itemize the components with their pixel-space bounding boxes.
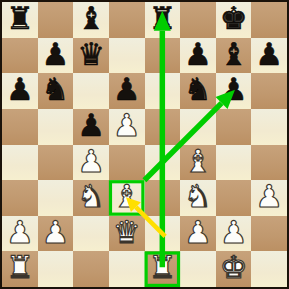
square-b8[interactable] — [38, 2, 74, 38]
piece-black-pawn[interactable]: ♟ — [113, 72, 141, 108]
square-g7[interactable]: ♝ — [216, 38, 252, 74]
square-a3[interactable] — [2, 180, 38, 216]
square-b7[interactable]: ♟ — [38, 38, 74, 74]
chess-board-screenshot: ♜♝♜♚♟♛♟♝♟♟♞♟♞♟♟♟♟♝♞♝♞♟♟♟♛♟♟♜♜♚ — [0, 0, 289, 289]
piece-black-rook[interactable]: ♜ — [148, 1, 176, 37]
piece-black-knight[interactable]: ♞ — [42, 72, 70, 108]
square-b1[interactable] — [38, 251, 74, 287]
square-a7[interactable] — [2, 38, 38, 74]
square-g4[interactable] — [216, 145, 252, 181]
piece-black-pawn[interactable]: ♟ — [6, 72, 34, 108]
piece-white-pawn[interactable]: ♟ — [220, 215, 248, 251]
piece-white-pawn[interactable]: ♟ — [113, 108, 141, 144]
square-d7[interactable] — [109, 38, 145, 74]
piece-white-pawn[interactable]: ♟ — [184, 215, 212, 251]
square-b4[interactable] — [38, 145, 74, 181]
chess-board: ♜♝♜♚♟♛♟♝♟♟♞♟♞♟♟♟♟♝♞♝♞♟♟♟♛♟♟♜♜♚ — [2, 2, 287, 287]
square-a8[interactable]: ♜ — [2, 2, 38, 38]
piece-white-pawn[interactable]: ♟ — [77, 144, 105, 180]
square-a2[interactable]: ♟ — [2, 216, 38, 252]
square-a6[interactable]: ♟ — [2, 73, 38, 109]
square-h6[interactable] — [251, 73, 287, 109]
piece-white-rook[interactable]: ♜ — [148, 250, 176, 286]
piece-black-bishop[interactable]: ♝ — [77, 1, 105, 37]
square-f2[interactable]: ♟ — [180, 216, 216, 252]
piece-white-queen[interactable]: ♛ — [113, 215, 141, 251]
square-d6[interactable]: ♟ — [109, 73, 145, 109]
square-c7[interactable]: ♛ — [73, 38, 109, 74]
square-g8[interactable]: ♚ — [216, 2, 252, 38]
square-g3[interactable] — [216, 180, 252, 216]
square-c2[interactable] — [73, 216, 109, 252]
square-h8[interactable] — [251, 2, 287, 38]
square-c4[interactable]: ♟ — [73, 145, 109, 181]
square-b5[interactable] — [38, 109, 74, 145]
square-e3[interactable] — [145, 180, 181, 216]
piece-black-king[interactable]: ♚ — [220, 1, 248, 37]
square-c3[interactable]: ♞ — [73, 180, 109, 216]
square-e5[interactable] — [145, 109, 181, 145]
piece-white-bishop[interactable]: ♝ — [184, 144, 212, 180]
square-d1[interactable] — [109, 251, 145, 287]
piece-black-queen[interactable]: ♛ — [77, 37, 105, 73]
square-g6[interactable]: ♟ — [216, 73, 252, 109]
square-h4[interactable] — [251, 145, 287, 181]
piece-white-pawn[interactable]: ♟ — [6, 215, 34, 251]
square-f4[interactable]: ♝ — [180, 145, 216, 181]
square-a4[interactable] — [2, 145, 38, 181]
board-frame: ♜♝♜♚♟♛♟♝♟♟♞♟♞♟♟♟♟♝♞♝♞♟♟♟♛♟♟♜♜♚ — [0, 0, 289, 289]
piece-white-pawn[interactable]: ♟ — [42, 215, 70, 251]
square-a1[interactable]: ♜ — [2, 251, 38, 287]
piece-black-knight[interactable]: ♞ — [184, 72, 212, 108]
piece-black-bishop[interactable]: ♝ — [220, 37, 248, 73]
piece-black-pawn[interactable]: ♟ — [42, 37, 70, 73]
square-d2[interactable]: ♛ — [109, 216, 145, 252]
piece-white-king[interactable]: ♚ — [220, 250, 248, 286]
piece-black-pawn[interactable]: ♟ — [77, 108, 105, 144]
square-g1[interactable]: ♚ — [216, 251, 252, 287]
square-c8[interactable]: ♝ — [73, 2, 109, 38]
piece-black-rook[interactable]: ♜ — [6, 1, 34, 37]
square-e6[interactable] — [145, 73, 181, 109]
square-d4[interactable] — [109, 145, 145, 181]
square-f1[interactable] — [180, 251, 216, 287]
square-h3[interactable]: ♟ — [251, 180, 287, 216]
square-e2[interactable] — [145, 216, 181, 252]
square-g5[interactable] — [216, 109, 252, 145]
piece-white-knight[interactable]: ♞ — [77, 179, 105, 215]
square-c6[interactable] — [73, 73, 109, 109]
square-b2[interactable]: ♟ — [38, 216, 74, 252]
square-a5[interactable] — [2, 109, 38, 145]
square-d5[interactable]: ♟ — [109, 109, 145, 145]
square-h1[interactable] — [251, 251, 287, 287]
square-b3[interactable] — [38, 180, 74, 216]
square-d3[interactable]: ♝ — [109, 180, 145, 216]
square-f6[interactable]: ♞ — [180, 73, 216, 109]
square-f3[interactable]: ♞ — [180, 180, 216, 216]
square-g2[interactable]: ♟ — [216, 216, 252, 252]
piece-black-pawn[interactable]: ♟ — [184, 37, 212, 73]
piece-white-pawn[interactable]: ♟ — [255, 179, 283, 215]
square-e4[interactable] — [145, 145, 181, 181]
piece-white-knight[interactable]: ♞ — [184, 179, 212, 215]
square-c5[interactable]: ♟ — [73, 109, 109, 145]
square-h7[interactable]: ♟ — [251, 38, 287, 74]
square-h2[interactable] — [251, 216, 287, 252]
square-c1[interactable] — [73, 251, 109, 287]
piece-white-rook[interactable]: ♜ — [6, 250, 34, 286]
square-b6[interactable]: ♞ — [38, 73, 74, 109]
square-f7[interactable]: ♟ — [180, 38, 216, 74]
square-e1[interactable]: ♜ — [145, 251, 181, 287]
square-e8[interactable]: ♜ — [145, 2, 181, 38]
piece-white-bishop[interactable]: ♝ — [113, 179, 141, 215]
square-h5[interactable] — [251, 109, 287, 145]
piece-black-pawn[interactable]: ♟ — [255, 37, 283, 73]
square-f5[interactable] — [180, 109, 216, 145]
square-d8[interactable] — [109, 2, 145, 38]
square-f8[interactable] — [180, 2, 216, 38]
piece-black-pawn[interactable]: ♟ — [220, 72, 248, 108]
square-e7[interactable] — [145, 38, 181, 74]
